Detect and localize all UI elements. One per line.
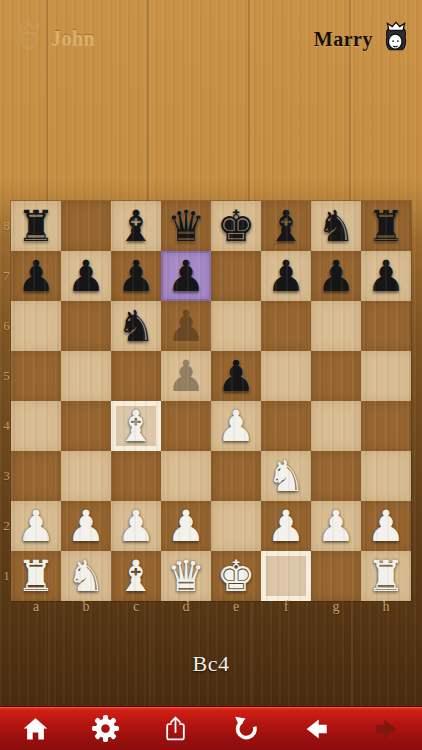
square-b7[interactable]: ♟: [61, 251, 111, 301]
square-b1[interactable]: ♞: [61, 551, 111, 601]
square-d5[interactable]: ♟: [161, 351, 211, 401]
white-pawn: ♟: [117, 501, 156, 551]
square-b5[interactable]: [61, 351, 111, 401]
black-king: ♚: [217, 201, 256, 251]
square-h1[interactable]: ♜: [361, 551, 411, 601]
square-f5[interactable]: [261, 351, 311, 401]
square-d6[interactable]: ♟: [161, 301, 211, 351]
white-queen: ♛: [167, 551, 206, 601]
square-h8[interactable]: ♜: [361, 201, 411, 251]
white-rook: ♜: [367, 551, 406, 601]
board: ♜♝♛♚♝♞♜♟♟♟♟♟♟♟♞♟♟♟♝♟♞♟♟♟♟♟♟♟♜♞♝♛♚♜: [11, 201, 411, 601]
square-a8[interactable]: ♜: [11, 201, 61, 251]
square-c7[interactable]: ♟: [111, 251, 161, 301]
black-rook: ♜: [17, 201, 56, 251]
white-pawn: ♟: [367, 501, 406, 551]
file-label-h: h: [361, 599, 411, 615]
white-bishop: ♝: [117, 401, 156, 451]
file-label-d: d: [161, 599, 211, 615]
square-a1[interactable]: ♜: [11, 551, 61, 601]
square-h7[interactable]: ♟: [361, 251, 411, 301]
square-c6[interactable]: ♞: [111, 301, 161, 351]
home-button[interactable]: [16, 714, 55, 744]
white-pawn: ♟: [267, 501, 306, 551]
square-c5[interactable]: [111, 351, 161, 401]
square-h2[interactable]: ♟: [361, 501, 411, 551]
square-g5[interactable]: [311, 351, 361, 401]
square-g3[interactable]: [311, 451, 361, 501]
back-button[interactable]: [297, 714, 336, 744]
white-pawn: ♟: [167, 501, 206, 551]
black-knight: ♞: [317, 201, 356, 251]
square-c8[interactable]: ♝: [111, 201, 161, 251]
file-label-a: a: [11, 599, 61, 615]
square-d1[interactable]: ♛: [161, 551, 211, 601]
white-knight: ♞: [67, 551, 106, 601]
share-icon: [162, 715, 189, 742]
square-f1[interactable]: [261, 551, 311, 601]
square-e8[interactable]: ♚: [211, 201, 261, 251]
square-e3[interactable]: [211, 451, 261, 501]
square-b8[interactable]: [61, 201, 111, 251]
square-g2[interactable]: ♟: [311, 501, 361, 551]
player-white-name: John: [51, 27, 95, 50]
square-d7[interactable]: ♟: [161, 251, 211, 301]
black-pawn: ♟: [67, 251, 106, 301]
square-h6[interactable]: [361, 301, 411, 351]
white-rook: ♜: [17, 551, 56, 601]
last-move-label: Bc4: [0, 651, 422, 677]
home-icon: [22, 716, 49, 742]
square-c1[interactable]: ♝: [111, 551, 161, 601]
file-label-b: b: [61, 599, 111, 615]
file-label-e: e: [211, 599, 261, 615]
white-bishop: ♝: [117, 551, 156, 601]
square-a4[interactable]: [11, 401, 61, 451]
square-c4[interactable]: ♝: [111, 401, 161, 451]
gear-icon: [92, 715, 119, 742]
square-h3[interactable]: [361, 451, 411, 501]
black-pawn: ♟: [267, 251, 306, 301]
black-pawn: ♟: [167, 251, 206, 301]
white-king: ♚: [217, 551, 256, 601]
black-queen: ♛: [167, 201, 206, 251]
black-pawn: ♟: [317, 251, 356, 301]
square-d4[interactable]: [161, 401, 211, 451]
square-b3[interactable]: [61, 451, 111, 501]
settings-button[interactable]: [86, 713, 125, 744]
black-pawn: ♟: [117, 251, 156, 301]
file-label-g: g: [311, 599, 361, 615]
black-rook: ♜: [367, 201, 406, 251]
square-f8[interactable]: ♝: [261, 201, 311, 251]
square-a7[interactable]: ♟: [11, 251, 61, 301]
square-e1[interactable]: ♚: [211, 551, 261, 601]
black-pawn: ♟: [217, 351, 256, 401]
square-g1[interactable]: [311, 551, 361, 601]
square-a5[interactable]: [11, 351, 61, 401]
square-g4[interactable]: [311, 401, 361, 451]
square-f7[interactable]: ♟: [261, 251, 311, 301]
chess-app-screen: John Marry 87654321 ♜♝♛♚♝♞♜♟♟♟♟♟♟♟♞♟♟♟♝♟…: [0, 0, 422, 750]
black-pawn: ♟: [367, 251, 406, 301]
king-face-icon: [16, 20, 42, 56]
player-bar: John Marry: [0, 0, 422, 62]
white-knight: ♞: [267, 451, 306, 501]
square-g7[interactable]: ♟: [311, 251, 361, 301]
square-f2[interactable]: ♟: [261, 501, 311, 551]
player-white: John: [16, 20, 95, 56]
square-d2[interactable]: ♟: [161, 501, 211, 551]
square-a6[interactable]: [11, 301, 61, 351]
square-h5[interactable]: [361, 351, 411, 401]
file-label-f: f: [261, 599, 311, 615]
square-d3[interactable]: [161, 451, 211, 501]
share-button[interactable]: [156, 713, 195, 744]
square-a2[interactable]: ♟: [11, 501, 61, 551]
black-pawn: ♟: [17, 251, 56, 301]
move-hint-pawn: ♟: [167, 301, 206, 351]
square-e6[interactable]: [211, 301, 261, 351]
back-arrow-icon: [303, 716, 330, 742]
square-b2[interactable]: ♟: [61, 501, 111, 551]
square-c3[interactable]: [111, 451, 161, 501]
player-black: Marry: [314, 20, 410, 58]
square-d8[interactable]: ♛: [161, 201, 211, 251]
white-pawn: ♟: [17, 501, 56, 551]
player-black-name: Marry: [314, 28, 373, 51]
forward-arrow-icon: [373, 716, 400, 742]
square-b6[interactable]: [61, 301, 111, 351]
file-label-c: c: [111, 599, 161, 615]
square-e2[interactable]: [211, 501, 261, 551]
square-b4[interactable]: [61, 401, 111, 451]
square-e7[interactable]: [211, 251, 261, 301]
forward-button[interactable]: [367, 714, 406, 744]
square-f4[interactable]: [261, 401, 311, 451]
square-e4[interactable]: ♟: [211, 401, 261, 451]
square-h4[interactable]: [361, 401, 411, 451]
file-labels: abcdefgh: [11, 599, 411, 615]
black-bishop: ♝: [267, 201, 306, 251]
square-e5[interactable]: ♟: [211, 351, 261, 401]
white-pawn: ♟: [217, 401, 256, 451]
square-f3[interactable]: ♞: [261, 451, 311, 501]
move-hint-pawn: ♟: [167, 351, 206, 401]
square-f6[interactable]: [261, 301, 311, 351]
bottom-toolbar: [0, 706, 422, 750]
square-a3[interactable]: [11, 451, 61, 501]
square-g8[interactable]: ♞: [311, 201, 361, 251]
square-g6[interactable]: [311, 301, 361, 351]
white-pawn: ♟: [317, 501, 356, 551]
queen-face-icon: [382, 20, 410, 58]
white-pawn: ♟: [67, 501, 106, 551]
black-knight: ♞: [117, 301, 156, 351]
black-bishop: ♝: [117, 201, 156, 251]
square-c2[interactable]: ♟: [111, 501, 161, 551]
undo-button[interactable]: [226, 713, 266, 744]
undo-icon: [232, 715, 260, 742]
